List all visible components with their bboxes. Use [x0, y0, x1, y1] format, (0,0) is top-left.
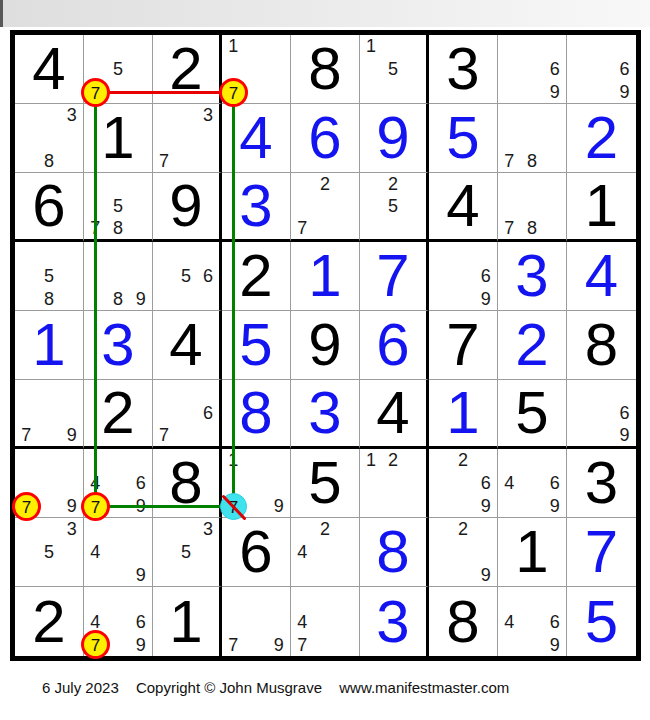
given-digit: 8 — [567, 311, 636, 379]
pencil-mark: 5 — [175, 265, 197, 288]
given-digit: 8 — [291, 35, 359, 103]
cell-r6c6[interactable]: 4 — [360, 380, 429, 449]
given-digit: 8 — [429, 587, 497, 656]
pencil-marks: 35 — [153, 518, 219, 586]
cell-r5c7[interactable]: 7 — [429, 311, 498, 380]
pencil-marks: 79 — [222, 587, 290, 656]
pencil-mark: 6 — [129, 472, 152, 495]
pencil-mark: 3 — [197, 518, 219, 541]
cell-r6c3[interactable]: 67 — [153, 380, 222, 449]
pencil-mark: 8 — [107, 217, 130, 239]
pencil-mark: 8 — [38, 149, 61, 172]
pencil-mark: 8 — [107, 287, 130, 310]
cell-r2c6[interactable]: 9 — [360, 104, 429, 173]
pencil-marks: 25 — [360, 173, 426, 239]
pencil-mark: 8 — [38, 287, 61, 310]
cell-r7c5[interactable]: 5 — [291, 449, 360, 518]
cell-r4c8[interactable]: 3 — [498, 242, 567, 311]
solved-digit: 3 — [291, 380, 359, 446]
cell-r1c1[interactable]: 4 — [15, 35, 84, 104]
pencil-mark: 9 — [129, 563, 152, 586]
cell-r7c6[interactable]: 12 — [360, 449, 429, 518]
pencil-mark: 9 — [474, 563, 497, 586]
pencil-marks: 9 — [15, 449, 83, 517]
pencil-mark: 9 — [474, 287, 497, 310]
solved-digit: 3 — [84, 311, 152, 379]
pencil-marks: 5 — [84, 35, 152, 103]
cell-r9c3[interactable]: 1 — [153, 587, 222, 656]
pencil-marks: 24 — [291, 518, 359, 586]
pencil-mark: 9 — [543, 633, 566, 656]
pencil-mark: 4 — [498, 472, 521, 495]
pencil-mark: 6 — [197, 265, 219, 288]
pencil-marks: 67 — [153, 380, 219, 446]
cell-r2c7[interactable]: 5 — [429, 104, 498, 173]
cell-r5c2[interactable]: 3 — [84, 311, 153, 380]
cell-r1c2[interactable]: 5 — [84, 35, 153, 104]
cell-r2c8[interactable]: 78 — [498, 104, 567, 173]
pencil-mark: 2 — [382, 449, 404, 472]
solved-digit: 3 — [360, 587, 426, 656]
cell-r7c3[interactable]: 8 — [153, 449, 222, 518]
pencil-mark: 3 — [60, 518, 83, 541]
cell-r8c2[interactable]: 49 — [84, 518, 153, 587]
pencil-mark: 2 — [452, 518, 475, 541]
cell-r4c5[interactable]: 1 — [291, 242, 360, 311]
pencil-mark: 2 — [314, 518, 337, 541]
pencil-marks: 69 — [567, 35, 636, 103]
cell-r8c3[interactable]: 35 — [153, 518, 222, 587]
solved-digit: 4 — [567, 242, 636, 310]
solved-digit: 4 — [222, 104, 290, 172]
cell-r9c8[interactable]: 469 — [498, 587, 567, 656]
pencil-mark: 7 — [498, 149, 521, 172]
pencil-mark: 9 — [267, 633, 290, 656]
cell-r3c3[interactable]: 9 — [153, 173, 222, 242]
pencil-marks: 89 — [84, 242, 152, 310]
pencil-mark: 6 — [129, 610, 152, 633]
cell-r2c9[interactable]: 2 — [567, 104, 636, 173]
pencil-marks: 49 — [84, 518, 152, 586]
cell-r3c8[interactable]: 78 — [498, 173, 567, 242]
cell-r7c8[interactable]: 469 — [498, 449, 567, 518]
pencil-mark: 2 — [382, 173, 404, 195]
pencil-mark: 6 — [543, 58, 566, 81]
pencil-mark: 7 — [153, 424, 175, 446]
given-digit: 1 — [153, 587, 219, 656]
pencil-marks: 19 — [222, 449, 290, 517]
cell-r2c1[interactable]: 38 — [15, 104, 84, 173]
pencil-mark: 6 — [197, 402, 219, 424]
pencil-mark: 6 — [474, 472, 497, 495]
pencil-marks: 69 — [498, 35, 566, 103]
pencil-mark: 6 — [613, 58, 636, 81]
pencil-marks: 47 — [291, 587, 359, 656]
solved-digit: 5 — [429, 104, 497, 172]
cell-r9c9[interactable]: 5 — [567, 587, 636, 656]
cell-r2c4[interactable]: 4 — [222, 104, 291, 173]
solved-digit: 5 — [567, 587, 636, 656]
pencil-marks: 12 — [360, 449, 426, 517]
given-digit: 9 — [291, 311, 359, 379]
pencil-mark: 7 — [84, 217, 107, 239]
cell-r5c3[interactable]: 4 — [153, 311, 222, 380]
pencil-marks: 35 — [15, 518, 83, 586]
cell-r6c8[interactable]: 5 — [498, 380, 567, 449]
pencil-marks: 269 — [429, 449, 497, 517]
pencil-marks: 69 — [567, 380, 636, 446]
given-digit: 2 — [222, 242, 290, 310]
pencil-mark: 9 — [60, 494, 83, 517]
cell-r4c2[interactable]: 89 — [84, 242, 153, 311]
cell-r6c5[interactable]: 3 — [291, 380, 360, 449]
cell-r3c9[interactable]: 1 — [567, 173, 636, 242]
pencil-marks: 58 — [15, 242, 83, 310]
pencil-mark: 9 — [129, 494, 152, 517]
pencil-mark: 1 — [222, 35, 245, 58]
pencil-mark: 4 — [84, 472, 107, 495]
cell-r8c7[interactable]: 29 — [429, 518, 498, 587]
given-digit: 2 — [15, 587, 83, 656]
pencil-marks: 56 — [153, 242, 219, 310]
given-digit: 7 — [429, 311, 497, 379]
given-digit: 4 — [429, 173, 497, 239]
pencil-mark: 5 — [107, 195, 130, 217]
pencil-mark: 9 — [543, 80, 566, 103]
cell-r1c5[interactable]: 8 — [291, 35, 360, 104]
given-digit: 1 — [498, 518, 566, 586]
cell-r4c3[interactable]: 56 — [153, 242, 222, 311]
cell-r2c5[interactable]: 6 — [291, 104, 360, 173]
pencil-marks: 469 — [84, 449, 152, 517]
solved-digit: 3 — [498, 242, 566, 310]
cell-r9c2[interactable]: 469 — [84, 587, 153, 656]
pencil-mark: 7 — [15, 424, 38, 446]
pencil-mark: 5 — [38, 541, 61, 564]
pencil-mark: 2 — [452, 449, 475, 472]
cell-r8c5[interactable]: 24 — [291, 518, 360, 587]
given-digit: 8 — [153, 449, 219, 517]
cell-r4c6[interactable]: 7 — [360, 242, 429, 311]
solved-digit: 5 — [222, 311, 290, 379]
solved-digit: 8 — [222, 380, 290, 446]
pencil-mark: 7 — [498, 217, 521, 239]
cell-r9c4[interactable]: 79 — [222, 587, 291, 656]
pencil-mark: 9 — [60, 424, 83, 446]
cell-r3c7[interactable]: 4 — [429, 173, 498, 242]
pencil-marks: 27 — [291, 173, 359, 239]
given-digit: 3 — [567, 449, 636, 517]
cell-r4c9[interactable]: 4 — [567, 242, 636, 311]
pencil-mark: 6 — [543, 472, 566, 495]
cell-r5c8[interactable]: 2 — [498, 311, 567, 380]
footer-date: 6 July 2023 — [42, 679, 119, 696]
cell-r1c9[interactable]: 69 — [567, 35, 636, 104]
cell-r1c3[interactable]: 2 — [153, 35, 222, 104]
pencil-mark: 5 — [38, 265, 61, 288]
pencil-marks: 78 — [498, 173, 566, 239]
cell-r4c4[interactable]: 2 — [222, 242, 291, 311]
footer-website: www.manifestmaster.com — [339, 679, 509, 696]
pencil-mark: 9 — [543, 494, 566, 517]
cell-r9c1[interactable]: 2 — [15, 587, 84, 656]
solved-digit: 2 — [567, 104, 636, 172]
pencil-mark: 1 — [360, 449, 382, 472]
pencil-mark: 8 — [521, 217, 544, 239]
pencil-mark: 8 — [521, 149, 544, 172]
pencil-marks: 78 — [498, 104, 566, 172]
pencil-mark: 6 — [613, 402, 636, 424]
pencil-marks: 469 — [84, 587, 152, 656]
pencil-mark: 5 — [382, 58, 404, 81]
pencil-mark: 3 — [60, 104, 83, 127]
pencil-mark: 9 — [474, 494, 497, 517]
given-digit: 9 — [153, 173, 219, 239]
pencil-mark: 1 — [222, 449, 245, 472]
cell-r3c2[interactable]: 578 — [84, 173, 153, 242]
given-digit: 6 — [15, 173, 83, 239]
given-digit: 4 — [360, 380, 426, 446]
cell-r7c1[interactable]: 9 — [15, 449, 84, 518]
cell-r7c9[interactable]: 3 — [567, 449, 636, 518]
solved-digit: 8 — [360, 518, 426, 586]
pencil-marks: 15 — [360, 35, 426, 103]
pencil-mark: 6 — [474, 265, 497, 288]
window-chrome-bar — [0, 0, 650, 27]
pencil-mark: 9 — [267, 494, 290, 517]
footer: 6 July 2023 Copyright © John Musgrave ww… — [0, 679, 650, 696]
pencil-marks: 578 — [84, 173, 152, 239]
pencil-marks: 37 — [153, 104, 219, 172]
pencil-mark: 5 — [175, 541, 197, 564]
cell-r6c4[interactable]: 8 — [222, 380, 291, 449]
cell-r1c8[interactable]: 69 — [498, 35, 567, 104]
cell-r9c7[interactable]: 8 — [429, 587, 498, 656]
pencil-marks: 469 — [498, 449, 566, 517]
pencil-mark: 1 — [360, 35, 382, 58]
given-digit: 5 — [498, 380, 566, 446]
pencil-mark: 6 — [543, 610, 566, 633]
cell-r6c7[interactable]: 1 — [429, 380, 498, 449]
solved-digit: 6 — [360, 311, 426, 379]
pencil-mark: 5 — [382, 195, 404, 217]
pencil-mark: 7 — [153, 149, 175, 172]
given-digit: 4 — [153, 311, 219, 379]
pencil-marks: 79 — [15, 380, 83, 446]
solved-digit: 1 — [15, 311, 83, 379]
given-digit: 2 — [153, 35, 219, 103]
cell-r1c4[interactable]: 1 — [222, 35, 291, 104]
cell-r2c3[interactable]: 37 — [153, 104, 222, 173]
cell-r5c4[interactable]: 5 — [222, 311, 291, 380]
pencil-marks: 1 — [222, 35, 290, 103]
given-digit: 5 — [291, 449, 359, 517]
cell-r8c1[interactable]: 35 — [15, 518, 84, 587]
given-digit: 1 — [567, 173, 636, 239]
cell-r7c7[interactable]: 269 — [429, 449, 498, 518]
solved-digit: 3 — [222, 173, 290, 239]
pencil-mark: 7 — [291, 217, 314, 239]
pencil-mark: 7 — [291, 633, 314, 656]
given-digit: 2 — [84, 380, 152, 446]
cell-r3c5[interactable]: 27 — [291, 173, 360, 242]
cell-r4c7[interactable]: 69 — [429, 242, 498, 311]
cell-r4c1[interactable]: 58 — [15, 242, 84, 311]
pencil-mark: 9 — [129, 287, 152, 310]
pencil-mark: 5 — [107, 58, 130, 81]
given-digit: 1 — [84, 104, 152, 172]
cell-r7c4[interactable]: 19 — [222, 449, 291, 518]
solved-digit: 1 — [429, 380, 497, 446]
pencil-marks: 38 — [15, 104, 83, 172]
solved-digit: 7 — [360, 242, 426, 310]
cell-r8c8[interactable]: 1 — [498, 518, 567, 587]
solved-digit: 7 — [567, 518, 636, 586]
cell-r1c6[interactable]: 15 — [360, 35, 429, 104]
pencil-marks: 469 — [498, 587, 566, 656]
cell-r5c6[interactable]: 6 — [360, 311, 429, 380]
pencil-mark: 4 — [291, 541, 314, 564]
cell-r7c2[interactable]: 469 — [84, 449, 153, 518]
solved-digit: 1 — [291, 242, 359, 310]
pencil-mark: 4 — [498, 610, 521, 633]
pencil-mark: 9 — [613, 80, 636, 103]
cell-r8c4[interactable]: 6 — [222, 518, 291, 587]
pencil-mark: 2 — [314, 173, 337, 195]
given-digit: 6 — [222, 518, 290, 586]
cell-r1c7[interactable]: 3 — [429, 35, 498, 104]
cell-r5c5[interactable]: 9 — [291, 311, 360, 380]
given-digit: 3 — [429, 35, 497, 103]
solved-digit: 6 — [291, 104, 359, 172]
cell-r3c4[interactable]: 3 — [222, 173, 291, 242]
pencil-marks: 29 — [429, 518, 497, 586]
given-digit: 4 — [15, 35, 83, 103]
pencil-mark: 3 — [197, 104, 219, 127]
pencil-mark: 7 — [222, 633, 245, 656]
cell-r3c1[interactable]: 6 — [15, 173, 84, 242]
cell-r6c2[interactable]: 2 — [84, 380, 153, 449]
pencil-marks: 69 — [429, 242, 497, 310]
solved-digit: 2 — [498, 311, 566, 379]
pencil-mark: 4 — [291, 610, 314, 633]
pencil-mark: 9 — [613, 424, 636, 446]
cell-r2c2[interactable]: 1 — [84, 104, 153, 173]
cell-r9c5[interactable]: 47 — [291, 587, 360, 656]
sudoku-board: 4521815369693813746957826578932725478158… — [10, 30, 641, 661]
cell-r5c9[interactable]: 8 — [567, 311, 636, 380]
cell-r3c6[interactable]: 25 — [360, 173, 429, 242]
cell-r9c6[interactable]: 3 — [360, 587, 429, 656]
solved-digit: 9 — [360, 104, 426, 172]
footer-copyright: Copyright © John Musgrave — [136, 679, 322, 696]
pencil-mark: 4 — [84, 610, 107, 633]
pencil-mark: 9 — [129, 633, 152, 656]
cell-r5c1[interactable]: 1 — [15, 311, 84, 380]
cell-r6c9[interactable]: 69 — [567, 380, 636, 449]
sudoku-app-screen: 4521815369693813746957826578932725478158… — [0, 0, 650, 720]
cell-r8c9[interactable]: 7 — [567, 518, 636, 587]
cell-r8c6[interactable]: 8 — [360, 518, 429, 587]
pencil-mark: 4 — [84, 541, 107, 564]
cell-r6c1[interactable]: 79 — [15, 380, 84, 449]
